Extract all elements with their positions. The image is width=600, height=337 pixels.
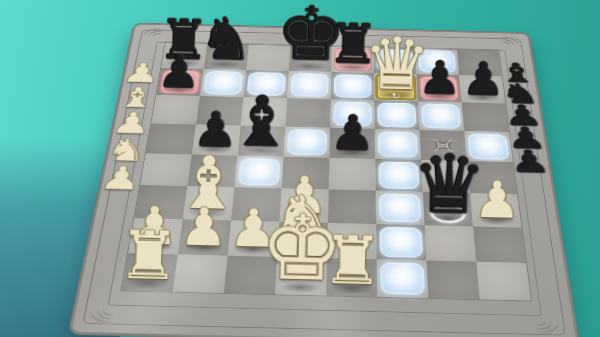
square-b1[interactable]	[173, 255, 228, 293]
captured-white-pawn: ♟	[98, 163, 144, 194]
frame-flourish-icon	[87, 305, 119, 328]
square-a6[interactable]	[151, 95, 200, 125]
white-rook-a1[interactable]: ♜	[117, 224, 181, 289]
chess-board-frame: ♜♞♚♜♟↻♛♟♟♟♝♟♝♟♛♟♟♟♟♞♜♚♜ ♟♝♟♞♟ ♝♞♟♟♟	[69, 23, 579, 337]
square-g3[interactable]: ♛	[423, 192, 473, 227]
chess-board: ♜♞♚♜♟↻♛♟♟♟♝♟♝♟♛♟♟♟♟♞♜♚♜	[120, 41, 532, 301]
square-a7[interactable]: ♟	[156, 68, 203, 96]
square-b2[interactable]: ♟	[178, 219, 231, 255]
captured-black-pawn: ♟	[508, 147, 551, 177]
square-h2[interactable]	[473, 226, 526, 263]
square-g6[interactable]	[418, 101, 464, 131]
square-h3[interactable]: ♟	[470, 193, 521, 228]
square-d8[interactable]: ♚	[289, 45, 332, 72]
square-f7[interactable]: ↻♛	[374, 73, 418, 101]
square-f1[interactable]	[377, 259, 429, 298]
square-g1[interactable]	[427, 261, 480, 300]
square-h1[interactable]	[476, 262, 531, 301]
black-pawn-g7[interactable]: ♟	[419, 57, 462, 101]
square-h7[interactable]: ♟	[459, 75, 505, 103]
white-pawn-h3[interactable]: ♟	[473, 176, 520, 225]
chess-titans-screen: ♜♞♚♜♟↻♛♟♟♟♝♟♝♟♛♟♟♟♟♞♜♚♜ ♟♝♟♞♟ ♝♞♟♟♟	[0, 0, 600, 337]
square-g2[interactable]	[425, 225, 477, 262]
square-b8[interactable]: ♞	[204, 43, 249, 70]
square-a1[interactable]: ♜	[122, 253, 178, 291]
frame-flourish-icon	[495, 34, 521, 48]
square-e4[interactable]	[329, 158, 376, 191]
black-pawn-e5[interactable]: ♟	[330, 110, 376, 156]
square-f6[interactable]	[374, 100, 419, 130]
square-c5[interactable]: ♝	[238, 126, 286, 157]
square-d1[interactable]: ♚	[275, 257, 327, 295]
square-e1[interactable]: ♜	[326, 258, 377, 297]
white-pawn-b2[interactable]: ♟	[179, 202, 229, 253]
frame-flourish-icon	[529, 316, 561, 337]
black-pawn-a7[interactable]: ♟	[157, 50, 201, 94]
square-g7[interactable]: ♟	[417, 74, 462, 102]
square-h6[interactable]	[462, 102, 509, 132]
square-e5[interactable]: ♟	[329, 128, 375, 159]
white-rook-e1[interactable]: ♜	[321, 229, 384, 294]
